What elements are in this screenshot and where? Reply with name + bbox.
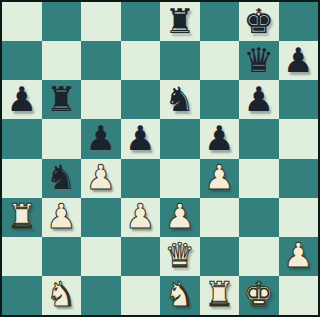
white-pawn[interactable]: ♟ xyxy=(204,160,234,194)
square-e1[interactable]: ♞ xyxy=(160,276,200,315)
square-c2[interactable] xyxy=(81,237,121,276)
square-c4[interactable]: ♟ xyxy=(81,159,121,198)
white-queen[interactable]: ♛ xyxy=(165,238,195,272)
square-d7[interactable] xyxy=(121,41,161,80)
black-pawn[interactable]: ♟ xyxy=(125,121,155,155)
square-f6[interactable] xyxy=(200,80,240,119)
square-d4[interactable] xyxy=(121,159,161,198)
square-a6[interactable]: ♟ xyxy=(2,80,42,119)
chess-board: ♜♚♛♟♟♜♞♟♟♟♟♞♟♟♜♟♟♟♛♟♞♞♜♚ xyxy=(2,2,318,315)
white-rook[interactable]: ♜ xyxy=(7,199,37,233)
black-king[interactable]: ♚ xyxy=(244,4,274,38)
square-a5[interactable] xyxy=(2,119,42,158)
white-pawn[interactable]: ♟ xyxy=(283,238,313,272)
square-h5[interactable] xyxy=(279,119,319,158)
square-a2[interactable] xyxy=(2,237,42,276)
white-pawn[interactable]: ♟ xyxy=(165,199,195,233)
white-pawn[interactable]: ♟ xyxy=(125,199,155,233)
square-h6[interactable] xyxy=(279,80,319,119)
square-e4[interactable] xyxy=(160,159,200,198)
square-h8[interactable] xyxy=(279,2,319,41)
square-a8[interactable] xyxy=(2,2,42,41)
white-knight[interactable]: ♞ xyxy=(165,277,195,311)
square-e6[interactable]: ♞ xyxy=(160,80,200,119)
square-b7[interactable] xyxy=(42,41,82,80)
black-rook[interactable]: ♜ xyxy=(46,82,76,116)
square-b2[interactable] xyxy=(42,237,82,276)
square-f2[interactable] xyxy=(200,237,240,276)
square-b1[interactable]: ♞ xyxy=(42,276,82,315)
white-king[interactable]: ♚ xyxy=(244,277,274,311)
white-rook[interactable]: ♜ xyxy=(204,277,234,311)
square-h4[interactable] xyxy=(279,159,319,198)
square-c5[interactable]: ♟ xyxy=(81,119,121,158)
square-c3[interactable] xyxy=(81,198,121,237)
square-f3[interactable] xyxy=(200,198,240,237)
square-c7[interactable] xyxy=(81,41,121,80)
chess-board-frame: ♜♚♛♟♟♜♞♟♟♟♟♞♟♟♜♟♟♟♛♟♞♞♜♚ xyxy=(0,0,320,317)
black-pawn[interactable]: ♟ xyxy=(283,43,313,77)
square-b8[interactable] xyxy=(42,2,82,41)
square-a1[interactable] xyxy=(2,276,42,315)
square-g1[interactable]: ♚ xyxy=(239,276,279,315)
square-a7[interactable] xyxy=(2,41,42,80)
square-h2[interactable]: ♟ xyxy=(279,237,319,276)
square-g7[interactable]: ♛ xyxy=(239,41,279,80)
black-pawn[interactable]: ♟ xyxy=(204,121,234,155)
square-c8[interactable] xyxy=(81,2,121,41)
black-pawn[interactable]: ♟ xyxy=(7,82,37,116)
square-h1[interactable] xyxy=(279,276,319,315)
black-knight[interactable]: ♞ xyxy=(46,160,76,194)
square-f1[interactable]: ♜ xyxy=(200,276,240,315)
white-knight[interactable]: ♞ xyxy=(46,277,76,311)
square-g8[interactable]: ♚ xyxy=(239,2,279,41)
square-g5[interactable] xyxy=(239,119,279,158)
square-f8[interactable] xyxy=(200,2,240,41)
square-g4[interactable] xyxy=(239,159,279,198)
square-e3[interactable]: ♟ xyxy=(160,198,200,237)
square-h7[interactable]: ♟ xyxy=(279,41,319,80)
square-d6[interactable] xyxy=(121,80,161,119)
square-e7[interactable] xyxy=(160,41,200,80)
square-d1[interactable] xyxy=(121,276,161,315)
square-f7[interactable] xyxy=(200,41,240,80)
white-pawn[interactable]: ♟ xyxy=(86,160,116,194)
square-g2[interactable] xyxy=(239,237,279,276)
white-pawn[interactable]: ♟ xyxy=(46,199,76,233)
square-f4[interactable]: ♟ xyxy=(200,159,240,198)
square-d3[interactable]: ♟ xyxy=(121,198,161,237)
square-h3[interactable] xyxy=(279,198,319,237)
square-c6[interactable] xyxy=(81,80,121,119)
square-d2[interactable] xyxy=(121,237,161,276)
square-b3[interactable]: ♟ xyxy=(42,198,82,237)
black-queen[interactable]: ♛ xyxy=(244,43,274,77)
black-pawn[interactable]: ♟ xyxy=(86,121,116,155)
square-d8[interactable] xyxy=(121,2,161,41)
square-g6[interactable]: ♟ xyxy=(239,80,279,119)
square-e5[interactable] xyxy=(160,119,200,158)
square-a4[interactable] xyxy=(2,159,42,198)
black-rook[interactable]: ♜ xyxy=(165,4,195,38)
black-pawn[interactable]: ♟ xyxy=(244,82,274,116)
square-b4[interactable]: ♞ xyxy=(42,159,82,198)
square-e8[interactable]: ♜ xyxy=(160,2,200,41)
square-e2[interactable]: ♛ xyxy=(160,237,200,276)
square-c1[interactable] xyxy=(81,276,121,315)
square-g3[interactable] xyxy=(239,198,279,237)
square-f5[interactable]: ♟ xyxy=(200,119,240,158)
square-b5[interactable] xyxy=(42,119,82,158)
square-a3[interactable]: ♜ xyxy=(2,198,42,237)
square-b6[interactable]: ♜ xyxy=(42,80,82,119)
black-knight[interactable]: ♞ xyxy=(165,82,195,116)
square-d5[interactable]: ♟ xyxy=(121,119,161,158)
